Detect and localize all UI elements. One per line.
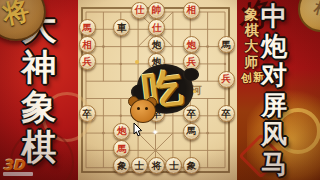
- piece-black-馬[interactable]: 馬: [218, 36, 235, 53]
- piece-black-馬[interactable]: 馬: [183, 123, 200, 140]
- piece-black-士[interactable]: 士: [131, 157, 148, 174]
- gold-splatter: [135, 60, 139, 64]
- gold-piece-char: 相: [311, 0, 320, 20]
- right-title: 中 炮 对 屏 风 马: [256, 2, 292, 179]
- piece-red-仕[interactable]: 仕: [131, 2, 148, 19]
- corner-piece-char: 将: [0, 0, 32, 32]
- piece-red-馬[interactable]: 馬: [79, 19, 96, 36]
- piece-red-炮[interactable]: 炮: [183, 36, 200, 53]
- tiger-eye-icon: [145, 107, 148, 110]
- piece-red-仕[interactable]: 仕: [148, 19, 165, 36]
- right-title-char: 炮: [261, 32, 287, 62]
- piece-red-兵[interactable]: 兵: [79, 53, 96, 70]
- piece-black-車[interactable]: 車: [113, 19, 130, 36]
- mouse-cursor[interactable]: [133, 122, 143, 136]
- piece-black-象[interactable]: 象: [183, 157, 200, 174]
- piece-black-炮[interactable]: 炮: [148, 36, 165, 53]
- left-title-char: 神: [22, 47, 57, 87]
- left-title-char: 象: [22, 87, 57, 127]
- piece-red-相[interactable]: 相: [79, 36, 96, 53]
- right-title-char: 对: [261, 61, 287, 91]
- piece-red-炮[interactable]: 炮: [113, 123, 130, 140]
- piece-red-帥[interactable]: 帥: [148, 2, 165, 19]
- piece-red-相[interactable]: 相: [183, 2, 200, 19]
- tiger-eye-icon: [137, 107, 140, 110]
- piece-black-卒[interactable]: 卒: [218, 105, 235, 122]
- tiger-head-icon: [130, 99, 156, 123]
- tiger-mascot: [128, 96, 156, 122]
- sparkle-icon: ✦: [152, 128, 159, 137]
- left-title-char: 棋: [22, 127, 57, 167]
- right-title-char: 中: [261, 2, 287, 32]
- piece-red-兵[interactable]: 兵: [218, 71, 235, 88]
- channel-logo-subtext: [3, 172, 33, 176]
- gold-splatter: [193, 90, 196, 93]
- right-title-char: 马: [261, 150, 287, 180]
- channel-logo: 3D: [3, 157, 24, 173]
- right-title-char: 屏: [261, 91, 287, 121]
- right-title-char: 风: [261, 120, 287, 150]
- thumbnail-stage: 楚河 漢界 仕帥相馬車仕相炮炮馬兵炮兵兵卒卒卒卒炮馬馬象士将士象 吃 大 神 象…: [0, 0, 320, 180]
